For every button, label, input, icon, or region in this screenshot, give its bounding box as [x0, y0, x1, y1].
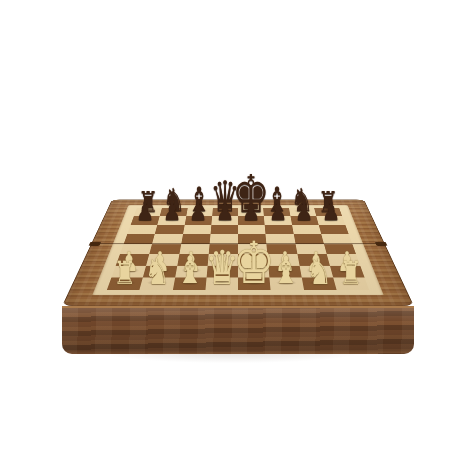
square-c7 — [184, 216, 212, 225]
hinge-right — [375, 242, 388, 246]
square-a4 — [120, 244, 152, 254]
square-f6 — [265, 225, 294, 234]
square-e2 — [238, 265, 270, 277]
square-f4 — [267, 244, 297, 254]
square-d8 — [212, 208, 238, 216]
square-e3 — [238, 254, 269, 265]
square-b4 — [149, 244, 180, 254]
chess-board — [62, 199, 414, 306]
square-h6 — [319, 225, 349, 234]
square-b2 — [143, 265, 177, 277]
square-d6 — [210, 225, 238, 234]
square-h8 — [314, 208, 342, 216]
square-f2 — [269, 265, 302, 277]
square-a3 — [116, 254, 150, 265]
square-d7 — [211, 216, 238, 225]
square-f1 — [270, 277, 304, 290]
hinge-left — [89, 242, 102, 246]
square-b3 — [146, 254, 179, 265]
square-d4 — [208, 244, 238, 254]
square-a7 — [131, 216, 160, 225]
square-g8 — [289, 208, 317, 216]
square-g2 — [299, 265, 333, 277]
square-d2 — [206, 265, 238, 277]
square-b8 — [160, 208, 188, 216]
square-d1 — [205, 277, 238, 290]
square-h4 — [324, 244, 356, 254]
square-c2 — [175, 265, 208, 277]
square-h3 — [327, 254, 361, 265]
square-e6 — [238, 225, 266, 234]
square-f7 — [264, 216, 292, 225]
board-scene — [62, 0, 414, 306]
hinge-seam — [91, 243, 385, 244]
square-h7 — [316, 216, 345, 225]
square-e4 — [238, 244, 268, 254]
square-a8 — [134, 208, 162, 216]
square-g3 — [297, 254, 330, 265]
square-c3 — [177, 254, 209, 265]
square-d3 — [207, 254, 238, 265]
box-front-side — [62, 306, 414, 354]
square-a2 — [111, 265, 146, 277]
square-e7 — [238, 216, 265, 225]
square-f3 — [268, 254, 300, 265]
square-g4 — [295, 244, 326, 254]
board-grid — [107, 208, 369, 290]
square-b6 — [155, 225, 184, 234]
square-c8 — [186, 208, 213, 216]
square-a1 — [107, 277, 143, 290]
square-a6 — [127, 225, 157, 234]
square-c4 — [179, 244, 209, 254]
square-g1 — [301, 277, 336, 290]
chess-set-photo: ♜♞♝♛♚♝♞♜♟♟♟♟♟♟♟♟♟♟♟♟♟♟♟♟♜♞♝♛♚♝♞♜ — [0, 0, 458, 458]
square-c1 — [172, 277, 206, 290]
square-g6 — [292, 225, 321, 234]
square-e1 — [238, 277, 271, 290]
square-e8 — [238, 208, 264, 216]
square-g7 — [290, 216, 318, 225]
square-c6 — [183, 225, 212, 234]
square-h1 — [333, 277, 369, 290]
square-f8 — [263, 208, 290, 216]
square-b1 — [140, 277, 175, 290]
square-h2 — [330, 265, 365, 277]
square-b7 — [157, 216, 185, 225]
